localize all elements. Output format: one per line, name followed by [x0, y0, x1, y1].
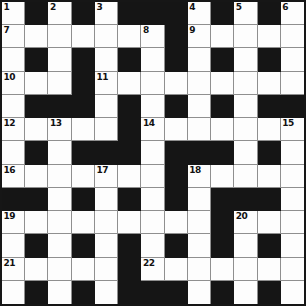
- cell-r1c5[interactable]: [118, 25, 141, 48]
- block-cell-r4c3: [72, 95, 95, 118]
- cell-r1c4[interactable]: [95, 25, 118, 48]
- cell-r11c11[interactable]: [258, 258, 281, 281]
- cell-r9c12[interactable]: [281, 211, 304, 234]
- cell-r7c12[interactable]: [281, 165, 304, 188]
- block-cell-r2c11: [258, 48, 281, 71]
- block-cell-r8c11: [258, 188, 281, 211]
- cell-r8c8[interactable]: [188, 188, 211, 211]
- block-cell-r2c1: [25, 48, 48, 71]
- clue-number-2: 2: [50, 2, 56, 12]
- block-cell-r2c9: [211, 48, 234, 71]
- block-cell-r12c7: [165, 281, 188, 304]
- cell-r12c8[interactable]: [188, 281, 211, 304]
- cell-r0c0[interactable]: 1: [2, 2, 25, 25]
- cell-r5c7[interactable]: [165, 118, 188, 141]
- clue-number-21: 21: [4, 258, 16, 268]
- cell-r11c10[interactable]: [234, 258, 257, 281]
- cell-r12c12[interactable]: [281, 281, 304, 304]
- cell-r3c7[interactable]: [165, 72, 188, 95]
- cell-r9c5[interactable]: [118, 211, 141, 234]
- cell-r6c2[interactable]: [48, 141, 71, 164]
- cell-r7c11[interactable]: [258, 165, 281, 188]
- block-cell-r4c1: [25, 95, 48, 118]
- clue-number-6: 6: [282, 2, 288, 12]
- cell-r3c10[interactable]: [234, 72, 257, 95]
- block-cell-r8c3: [72, 188, 95, 211]
- cell-r4c8[interactable]: [188, 95, 211, 118]
- clue-number-17: 17: [96, 165, 108, 175]
- block-cell-r10c7: [165, 234, 188, 257]
- cell-r3c0[interactable]: 10: [2, 72, 25, 95]
- clue-number-7: 7: [4, 25, 10, 35]
- cell-r5c9[interactable]: [211, 118, 234, 141]
- cell-r1c1[interactable]: [25, 25, 48, 48]
- clue-number-3: 3: [96, 2, 102, 12]
- cell-r4c4[interactable]: [95, 95, 118, 118]
- cell-r8c4[interactable]: [95, 188, 118, 211]
- cell-r9c11[interactable]: [258, 211, 281, 234]
- cell-r7c2[interactable]: [48, 165, 71, 188]
- block-cell-r4c11: [258, 95, 281, 118]
- cell-r6c10[interactable]: [234, 141, 257, 164]
- cell-r4c0[interactable]: [2, 95, 25, 118]
- block-cell-r8c9: [211, 188, 234, 211]
- cell-r8c12[interactable]: [281, 188, 304, 211]
- cell-r3c6[interactable]: [141, 72, 164, 95]
- cell-r5c4[interactable]: [95, 118, 118, 141]
- cell-r8c2[interactable]: [48, 188, 71, 211]
- cell-r10c2[interactable]: [48, 234, 71, 257]
- cell-r5c0[interactable]: 12: [2, 118, 25, 141]
- cell-r9c8[interactable]: [188, 211, 211, 234]
- block-cell-r10c1: [25, 234, 48, 257]
- clue-number-5: 5: [236, 2, 242, 12]
- clue-number-12: 12: [4, 118, 16, 128]
- block-cell-r10c11: [258, 234, 281, 257]
- block-cell-r0c7: [165, 2, 188, 25]
- cell-r1c10[interactable]: [234, 25, 257, 48]
- cell-r4c6[interactable]: [141, 95, 164, 118]
- cell-r12c0[interactable]: [2, 281, 25, 304]
- block-cell-r3c3: [72, 72, 95, 95]
- block-cell-r4c7: [165, 95, 188, 118]
- block-cell-r12c3: [72, 281, 95, 304]
- block-cell-r6c9: [211, 141, 234, 164]
- block-cell-r10c3: [72, 234, 95, 257]
- cell-r9c10[interactable]: 20: [234, 211, 257, 234]
- cell-r11c4[interactable]: [95, 258, 118, 281]
- block-cell-r4c2: [48, 95, 71, 118]
- cell-r8c6[interactable]: [141, 188, 164, 211]
- block-cell-r12c6: [141, 281, 164, 304]
- cell-r3c4[interactable]: 11: [95, 72, 118, 95]
- cell-r11c2[interactable]: [48, 258, 71, 281]
- block-cell-r12c1: [25, 281, 48, 304]
- cell-r10c8[interactable]: [188, 234, 211, 257]
- cell-r5c11[interactable]: [258, 118, 281, 141]
- cell-r0c12[interactable]: 6: [281, 2, 304, 25]
- cell-r5c10[interactable]: [234, 118, 257, 141]
- cell-r9c2[interactable]: [48, 211, 71, 234]
- block-cell-r0c1: [25, 2, 48, 25]
- cell-r2c4[interactable]: [95, 48, 118, 71]
- clue-number-22: 22: [143, 258, 155, 268]
- block-cell-r4c9: [211, 95, 234, 118]
- cell-r10c10[interactable]: [234, 234, 257, 257]
- block-cell-r0c3: [72, 2, 95, 25]
- cell-r2c6[interactable]: [141, 48, 164, 71]
- cell-r9c7[interactable]: [165, 211, 188, 234]
- cell-r2c12[interactable]: [281, 48, 304, 71]
- cell-r10c6[interactable]: [141, 234, 164, 257]
- cell-r7c1[interactable]: [25, 165, 48, 188]
- cell-r0c10[interactable]: 5: [234, 2, 257, 25]
- block-cell-r0c11: [258, 2, 281, 25]
- clue-number-8: 8: [143, 25, 149, 35]
- block-cell-r10c5: [118, 234, 141, 257]
- clue-number-19: 19: [4, 211, 16, 221]
- block-cell-r2c3: [72, 48, 95, 71]
- cell-r3c1[interactable]: [25, 72, 48, 95]
- cell-r5c2[interactable]: 13: [48, 118, 71, 141]
- clue-number-1: 1: [4, 2, 10, 12]
- cell-r9c6[interactable]: [141, 211, 164, 234]
- cell-r3c9[interactable]: [211, 72, 234, 95]
- cell-r10c4[interactable]: [95, 234, 118, 257]
- cell-r7c5[interactable]: [118, 165, 141, 188]
- block-cell-r12c5: [118, 281, 141, 304]
- cell-r1c6[interactable]: 8: [141, 25, 164, 48]
- cell-r0c2[interactable]: 2: [48, 2, 71, 25]
- cell-r11c8[interactable]: [188, 258, 211, 281]
- cell-r1c2[interactable]: [48, 25, 71, 48]
- cell-r1c11[interactable]: [258, 25, 281, 48]
- clue-number-18: 18: [189, 165, 201, 175]
- crossword-grid: 12345678910111213141516171819202122: [0, 0, 306, 306]
- block-cell-r6c3: [72, 141, 95, 164]
- clue-number-15: 15: [282, 118, 294, 128]
- cell-r12c2[interactable]: [48, 281, 71, 304]
- block-cell-r10c9: [211, 234, 234, 257]
- cell-r10c0[interactable]: [2, 234, 25, 257]
- clue-number-10: 10: [4, 72, 16, 82]
- cell-r11c0[interactable]: 21: [2, 258, 25, 281]
- cell-r11c6[interactable]: 22: [141, 258, 164, 281]
- cell-r2c10[interactable]: [234, 48, 257, 71]
- block-cell-r6c5: [118, 141, 141, 164]
- block-cell-r4c5: [118, 95, 141, 118]
- cell-r9c3[interactable]: [72, 211, 95, 234]
- clue-number-11: 11: [96, 72, 108, 82]
- cell-r3c5[interactable]: [118, 72, 141, 95]
- block-cell-r1c7: [165, 25, 188, 48]
- cell-r3c12[interactable]: [281, 72, 304, 95]
- cell-r6c6[interactable]: [141, 141, 164, 164]
- cell-r3c2[interactable]: [48, 72, 71, 95]
- block-cell-r8c0: [2, 188, 25, 211]
- cell-r10c12[interactable]: [281, 234, 304, 257]
- cell-r2c8[interactable]: [188, 48, 211, 71]
- clue-number-4: 4: [189, 2, 195, 12]
- cell-r5c8[interactable]: [188, 118, 211, 141]
- block-cell-r8c7: [165, 188, 188, 211]
- cell-r7c8[interactable]: 18: [188, 165, 211, 188]
- block-cell-r2c5: [118, 48, 141, 71]
- block-cell-r0c5: [118, 2, 141, 25]
- cell-r11c1[interactable]: [25, 258, 48, 281]
- block-cell-r5c5: [118, 118, 141, 141]
- cell-r3c11[interactable]: [258, 72, 281, 95]
- block-cell-r0c9: [211, 2, 234, 25]
- cell-r7c6[interactable]: [141, 165, 164, 188]
- cell-r7c4[interactable]: 17: [95, 165, 118, 188]
- block-cell-r6c7: [165, 141, 188, 164]
- block-cell-r6c4: [95, 141, 118, 164]
- block-cell-r11c5: [118, 258, 141, 281]
- clue-number-9: 9: [189, 25, 195, 35]
- cell-r11c3[interactable]: [72, 258, 95, 281]
- block-cell-r8c5: [118, 188, 141, 211]
- clue-number-16: 16: [4, 165, 16, 175]
- cell-r12c10[interactable]: [234, 281, 257, 304]
- block-cell-r7c7: [165, 165, 188, 188]
- cell-r0c4[interactable]: 3: [95, 2, 118, 25]
- block-cell-r12c11: [258, 281, 281, 304]
- clue-number-13: 13: [50, 118, 62, 128]
- clue-number-20: 20: [236, 211, 248, 221]
- block-cell-r6c1: [25, 141, 48, 164]
- cell-r7c3[interactable]: [72, 165, 95, 188]
- cell-r7c10[interactable]: [234, 165, 257, 188]
- block-cell-r8c10: [234, 188, 257, 211]
- cell-r7c9[interactable]: [211, 165, 234, 188]
- block-cell-r4c12: [281, 95, 304, 118]
- cell-r1c9[interactable]: [211, 25, 234, 48]
- cell-r5c6[interactable]: 14: [141, 118, 164, 141]
- block-cell-r0c6: [141, 2, 164, 25]
- block-cell-r8c1: [25, 188, 48, 211]
- cell-r9c1[interactable]: [25, 211, 48, 234]
- cell-r6c12[interactable]: [281, 141, 304, 164]
- cell-r11c9[interactable]: [211, 258, 234, 281]
- block-cell-r6c8: [188, 141, 211, 164]
- cell-r11c7[interactable]: [165, 258, 188, 281]
- cell-r12c4[interactable]: [95, 281, 118, 304]
- cell-r11c12[interactable]: [281, 258, 304, 281]
- block-cell-r9c9: [211, 211, 234, 234]
- cell-r5c1[interactable]: [25, 118, 48, 141]
- cell-r3c8[interactable]: [188, 72, 211, 95]
- cell-r1c8[interactable]: 9: [188, 25, 211, 48]
- clue-number-14: 14: [143, 118, 155, 128]
- block-cell-r2c7: [165, 48, 188, 71]
- block-cell-r12c9: [211, 281, 234, 304]
- cell-r1c12[interactable]: [281, 25, 304, 48]
- cell-r9c4[interactable]: [95, 211, 118, 234]
- cell-r0c8[interactable]: 4: [188, 2, 211, 25]
- cell-r2c2[interactable]: [48, 48, 71, 71]
- cell-r9c0[interactable]: 19: [2, 211, 25, 234]
- cell-r5c12[interactable]: 15: [281, 118, 304, 141]
- cell-r4c10[interactable]: [234, 95, 257, 118]
- cell-r2c0[interactable]: [2, 48, 25, 71]
- block-cell-r6c11: [258, 141, 281, 164]
- cell-r5c3[interactable]: [72, 118, 95, 141]
- cell-r7c0[interactable]: 16: [2, 165, 25, 188]
- cell-r6c0[interactable]: [2, 141, 25, 164]
- cell-r1c3[interactable]: [72, 25, 95, 48]
- cell-r1c0[interactable]: 7: [2, 25, 25, 48]
